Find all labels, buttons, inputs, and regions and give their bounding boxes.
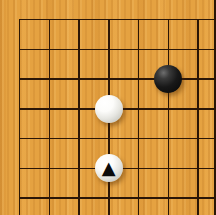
grid-horizontal-line — [19, 78, 216, 80]
white-stone: ▲ — [95, 154, 123, 182]
board-right-edge-line — [214, 0, 216, 215]
black-stone — [154, 65, 182, 93]
grid-horizontal-line — [19, 19, 216, 21]
triangle-marker: ▲ — [102, 154, 116, 182]
grid-horizontal-line — [19, 49, 216, 51]
go-board[interactable]: ▲ — [0, 0, 216, 215]
white-stone — [95, 95, 123, 123]
grid-horizontal-line — [19, 138, 216, 140]
grid-horizontal-line — [19, 197, 216, 199]
